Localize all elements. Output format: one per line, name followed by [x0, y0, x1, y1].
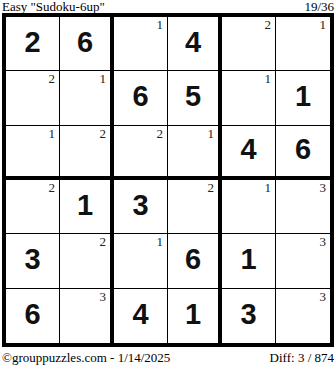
cell-r2c4[interactable]: 5: [168, 71, 222, 125]
cell-r6c5[interactable]: 3: [222, 289, 276, 343]
cell-r1c2[interactable]: 6: [60, 17, 114, 71]
cell-r1c6[interactable]: 1: [276, 17, 330, 71]
given-digit: 3: [132, 191, 148, 223]
corner-mark: 1: [265, 180, 272, 195]
puzzle-title: Easy "Sudoku-6up": [2, 0, 105, 13]
cell-r5c1[interactable]: 3: [6, 234, 60, 288]
corner-mark: 1: [320, 17, 327, 32]
given-digit: 5: [185, 82, 201, 114]
cell-r2c2[interactable]: 1: [60, 71, 114, 125]
copyright-text: ©grouppuzzles.com - 1/14/2025: [2, 351, 170, 365]
corner-mark: 1: [157, 17, 164, 32]
given-digit: 6: [295, 135, 311, 167]
corner-mark: 2: [49, 71, 56, 86]
cell-r6c6[interactable]: 3: [276, 289, 330, 343]
given-digit: 3: [240, 300, 256, 332]
corner-mark: 1: [100, 71, 107, 86]
cell-r6c3[interactable]: 4: [114, 289, 168, 343]
corner-mark: 3: [100, 289, 107, 304]
cell-r3c6[interactable]: 6: [276, 126, 330, 180]
sudoku-board: 261421216511122146213213321613634133: [2, 13, 334, 347]
cell-r5c2[interactable]: 2: [60, 234, 114, 288]
given-digit: 1: [295, 82, 311, 114]
corner-mark: 1: [49, 126, 56, 141]
corner-mark: 2: [265, 17, 272, 32]
corner-mark: 1: [157, 234, 164, 249]
cell-r3c3[interactable]: 2: [114, 126, 168, 180]
corner-mark: 1: [265, 71, 272, 86]
given-digit: 3: [24, 245, 40, 277]
corner-mark: 1: [208, 126, 215, 141]
given-digit: 1: [240, 245, 256, 277]
cell-r3c4[interactable]: 1: [168, 126, 222, 180]
given-digit: 4: [240, 135, 256, 167]
corner-mark: 3: [320, 289, 327, 304]
cell-r4c4[interactable]: 2: [168, 180, 222, 234]
cell-r6c4[interactable]: 1: [168, 289, 222, 343]
corner-mark: 2: [100, 126, 107, 141]
corner-mark: 2: [100, 234, 107, 249]
cell-r2c6[interactable]: 1: [276, 71, 330, 125]
cell-r2c1[interactable]: 2: [6, 71, 60, 125]
given-digit: 4: [185, 28, 201, 60]
cell-r1c1[interactable]: 2: [6, 17, 60, 71]
given-digit: 6: [77, 28, 93, 60]
cell-r2c3[interactable]: 6: [114, 71, 168, 125]
cell-r5c5[interactable]: 1: [222, 234, 276, 288]
cell-r3c2[interactable]: 2: [60, 126, 114, 180]
given-digit: 4: [132, 300, 148, 332]
cell-r5c4[interactable]: 6: [168, 234, 222, 288]
corner-mark: 2: [208, 180, 215, 195]
cell-r1c4[interactable]: 4: [168, 17, 222, 71]
cell-r5c6[interactable]: 3: [276, 234, 330, 288]
cell-r4c5[interactable]: 1: [222, 180, 276, 234]
cell-r4c3[interactable]: 3: [114, 180, 168, 234]
given-digit: 1: [185, 300, 201, 332]
corner-mark: 2: [157, 126, 164, 141]
given-digit: 1: [77, 191, 93, 223]
given-digit: 6: [185, 245, 201, 277]
cell-r6c2[interactable]: 3: [60, 289, 114, 343]
corner-mark: 2: [49, 180, 56, 195]
cell-r1c5[interactable]: 2: [222, 17, 276, 71]
corner-mark: 3: [320, 180, 327, 195]
cell-r2c5[interactable]: 1: [222, 71, 276, 125]
cell-r4c6[interactable]: 3: [276, 180, 330, 234]
difficulty-text: Diff: 3 / 874: [270, 351, 334, 365]
cell-r5c3[interactable]: 1: [114, 234, 168, 288]
cell-r1c3[interactable]: 1: [114, 17, 168, 71]
cell-r3c5[interactable]: 4: [222, 126, 276, 180]
cell-r4c1[interactable]: 2: [6, 180, 60, 234]
given-digit: 6: [24, 300, 40, 332]
corner-mark: 3: [320, 234, 327, 249]
cell-r6c1[interactable]: 6: [6, 289, 60, 343]
given-digit: 2: [24, 28, 40, 60]
cell-r3c1[interactable]: 1: [6, 126, 60, 180]
given-digit: 6: [132, 82, 148, 114]
sudoku-page: Easy "Sudoku-6up" 19/36 2614212165111221…: [0, 0, 336, 370]
cell-r4c2[interactable]: 1: [60, 180, 114, 234]
givens-counter: 19/36: [304, 0, 334, 13]
